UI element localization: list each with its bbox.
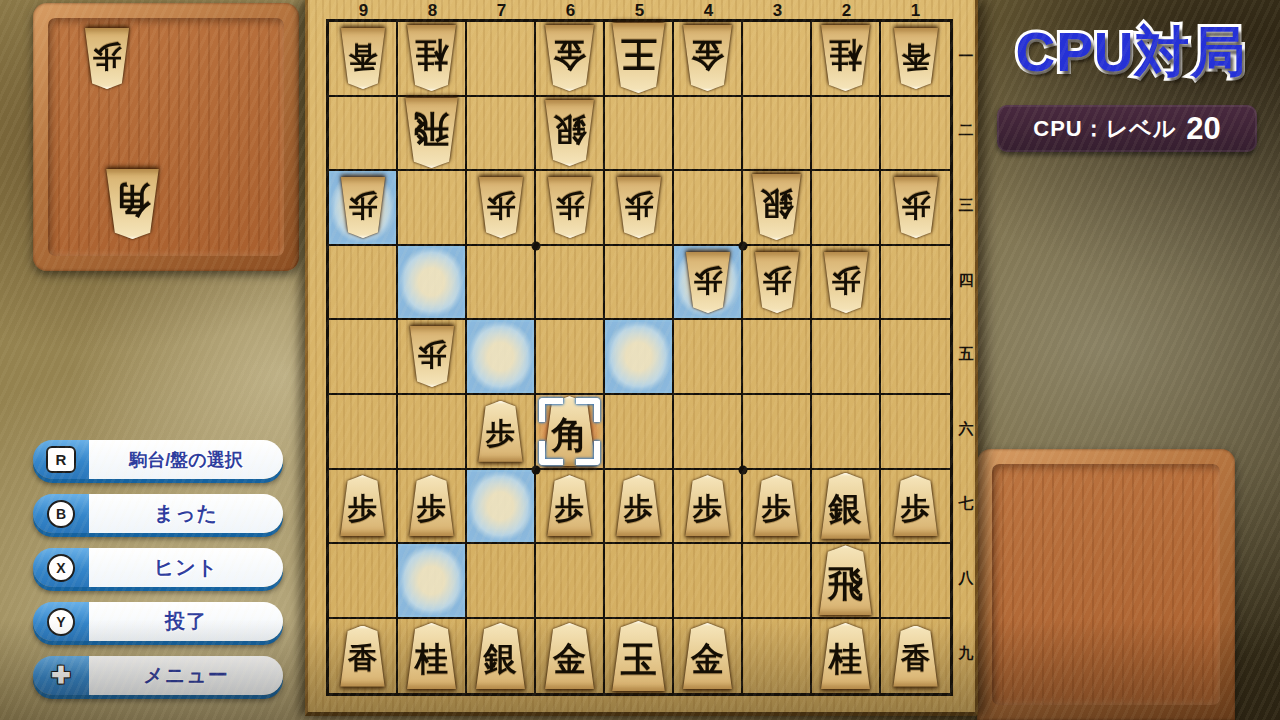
piece-gote-香-11[interactable]: 香 [892, 28, 940, 89]
square-32[interactable] [743, 97, 812, 172]
piece-kanji: 歩 [624, 489, 653, 522]
square-73[interactable]: 歩 [467, 171, 536, 246]
piece-gote-歩-34[interactable]: 歩 [753, 252, 801, 313]
square-23[interactable] [812, 171, 881, 246]
piece-kanji: 金 [553, 39, 586, 77]
square-43[interactable] [674, 171, 743, 246]
piece-shape: 王 [610, 23, 667, 93]
undo-button[interactable]: B まった [33, 494, 283, 533]
piece-kanji: 銀 [829, 487, 862, 525]
square-17[interactable]: 歩 [881, 470, 950, 545]
piece-gote-歩-63[interactable]: 歩 [546, 177, 594, 238]
square-55[interactable] [605, 320, 674, 395]
star-point [532, 242, 541, 251]
square-16[interactable] [881, 395, 950, 470]
board-grid: 香桂金王金桂香飛銀歩歩歩歩銀歩歩歩歩歩歩角歩歩歩歩歩歩銀歩飛香桂銀金玉金桂香 [326, 19, 953, 696]
rank-label-3: 三 [954, 168, 978, 243]
piece-kanji: 歩 [486, 415, 515, 448]
rank-label-8: 八 [954, 541, 978, 616]
piece-shape: 香 [892, 626, 940, 687]
square-77[interactable] [467, 470, 536, 545]
piece-sente-歩-97[interactable]: 歩 [339, 475, 387, 536]
hint-label: ヒント [154, 554, 218, 581]
square-42[interactable] [674, 97, 743, 172]
selection-cursor-corner [539, 441, 563, 465]
square-83[interactable] [398, 171, 467, 246]
square-29[interactable]: 桂 [812, 619, 881, 694]
piece-shape: 香 [892, 28, 940, 89]
piece-kanji: 香 [901, 42, 930, 75]
square-49[interactable]: 金 [674, 619, 743, 694]
sente-komadai[interactable] [977, 449, 1235, 720]
piece-shape: 歩 [83, 28, 131, 89]
x-button-icon: X [47, 554, 75, 582]
square-18[interactable] [881, 544, 950, 619]
square-46[interactable] [674, 395, 743, 470]
piece-kanji: 歩 [762, 489, 791, 522]
piece-kanji: 銀 [484, 637, 517, 675]
piece-shape: 玉 [610, 621, 667, 691]
square-27[interactable]: 銀 [812, 470, 881, 545]
piece-sente-香-99[interactable]: 香 [339, 626, 387, 687]
piece-sente-金-49[interactable]: 金 [681, 623, 734, 689]
square-31[interactable] [743, 22, 812, 97]
square-76[interactable]: 歩 [467, 395, 536, 470]
piece-shape: 歩 [339, 177, 387, 238]
star-point [739, 242, 748, 251]
piece-gote-金-61[interactable]: 金 [543, 25, 596, 91]
square-94[interactable] [329, 246, 398, 321]
piece-shape: 金 [681, 623, 734, 689]
piece-gote-歩-13[interactable]: 歩 [892, 177, 940, 238]
square-62[interactable]: 銀 [536, 97, 605, 172]
piece-sente-銀-79[interactable]: 銀 [474, 623, 527, 689]
star-point [532, 466, 541, 475]
b-button-cap: B [33, 494, 89, 533]
piece-kanji: 香 [348, 42, 377, 75]
piece-kanji: 香 [901, 639, 930, 672]
cpu-level-value: 20 [1186, 111, 1220, 147]
piece-kanji: 歩 [417, 340, 446, 373]
square-98[interactable] [329, 544, 398, 619]
undo-label: まった [154, 500, 218, 527]
rank-label-5: 五 [954, 317, 978, 392]
piece-gote-金-41[interactable]: 金 [681, 25, 734, 91]
square-86[interactable] [398, 395, 467, 470]
piece-gote-歩-73[interactable]: 歩 [477, 177, 525, 238]
cpu-level-badge: CPU：レベル 20 [997, 105, 1257, 152]
piece-gote-歩-24[interactable]: 歩 [822, 252, 870, 313]
piece-shape: 歩 [546, 475, 594, 536]
hint-button[interactable]: X ヒント [33, 548, 283, 587]
shogi-board: 987654321 一二三四五六七八九 香桂金王金桂香飛銀歩歩歩歩銀歩歩歩歩歩歩… [305, 0, 978, 716]
piece-kanji: 歩 [555, 489, 584, 522]
square-14[interactable] [881, 246, 950, 321]
piece-kanji: 歩 [693, 265, 722, 298]
y-button-icon: Y [47, 608, 75, 636]
square-33[interactable]: 銀 [743, 171, 812, 246]
select-tray-board-button[interactable]: R 駒台/盤の選択 [33, 440, 283, 479]
piece-shape: 銀 [750, 174, 803, 240]
square-45[interactable] [674, 320, 743, 395]
piece-gote-歩-44[interactable]: 歩 [684, 252, 732, 313]
square-95[interactable] [329, 320, 398, 395]
select-tray-board-label: 駒台/盤の選択 [129, 448, 242, 472]
cpu-level-label: CPU：レベル [1033, 114, 1176, 144]
piece-shape: 香 [339, 626, 387, 687]
square-54[interactable] [605, 246, 674, 321]
selection-cursor-corner [539, 398, 563, 422]
piece-shape: 歩 [546, 177, 594, 238]
piece-gote-歩-53[interactable]: 歩 [615, 177, 663, 238]
piece-gote-銀-62[interactable]: 銀 [543, 100, 596, 166]
r-button-icon: R [46, 446, 76, 473]
piece-gote-香-91[interactable]: 香 [339, 28, 387, 89]
selection-cursor-corner [576, 441, 600, 465]
square-12[interactable] [881, 97, 950, 172]
piece-kanji: 金 [553, 637, 586, 675]
piece-shape: 桂 [819, 25, 872, 91]
square-37[interactable]: 歩 [743, 470, 812, 545]
piece-shape: 歩 [408, 475, 456, 536]
piece-shape: 香 [339, 28, 387, 89]
rank-label-7: 七 [954, 467, 978, 542]
square-38[interactable] [743, 544, 812, 619]
square-22[interactable] [812, 97, 881, 172]
piece-shape: 歩 [822, 252, 870, 313]
piece-sente-歩-57[interactable]: 歩 [615, 475, 663, 536]
square-56[interactable] [605, 395, 674, 470]
piece-kanji: 歩 [555, 191, 584, 224]
piece-gote-王-51[interactable]: 王 [610, 23, 667, 93]
square-91[interactable]: 香 [329, 22, 398, 97]
piece-shape: 金 [681, 25, 734, 91]
piece-kanji: 桂 [829, 39, 862, 77]
piece-kanji: 王 [621, 38, 657, 79]
selection-cursor-corner [576, 398, 600, 422]
rank-label-2: 二 [954, 94, 978, 169]
piece-sente-香-19[interactable]: 香 [892, 626, 940, 687]
piece-kanji: 銀 [760, 189, 793, 227]
piece-kanji: 角 [115, 183, 151, 224]
square-75[interactable] [467, 320, 536, 395]
piece-kanji: 玉 [621, 635, 657, 676]
rank-label-4: 四 [954, 243, 978, 318]
square-59[interactable]: 玉 [605, 619, 674, 694]
square-58[interactable] [605, 544, 674, 619]
piece-shape: 銀 [474, 623, 527, 689]
square-52[interactable] [605, 97, 674, 172]
menu-button[interactable]: ✚ メニュー [33, 656, 283, 695]
piece-kanji: 歩 [901, 191, 930, 224]
square-53[interactable]: 歩 [605, 171, 674, 246]
rank-labels: 一二三四五六七八九 [954, 19, 978, 690]
piece-kanji: 飛 [828, 560, 864, 601]
square-28[interactable]: 飛 [812, 544, 881, 619]
piece-shape: 角 [104, 169, 161, 239]
square-39[interactable] [743, 619, 812, 694]
piece-shape: 歩 [892, 177, 940, 238]
piece-gote-歩-93[interactable]: 歩 [339, 177, 387, 238]
hand-piece-gote-歩[interactable]: 歩 [83, 28, 131, 89]
piece-kanji: 桂 [415, 637, 448, 675]
piece-kanji: 桂 [415, 39, 448, 77]
piece-kanji: 歩 [624, 191, 653, 224]
piece-sente-歩-47[interactable]: 歩 [684, 475, 732, 536]
square-65[interactable] [536, 320, 605, 395]
square-79[interactable]: 銀 [467, 619, 536, 694]
sente-komadai-surface [992, 464, 1220, 705]
square-85[interactable]: 歩 [398, 320, 467, 395]
piece-shape: 飛 [817, 545, 874, 615]
piece-kanji: 歩 [693, 489, 722, 522]
square-34[interactable]: 歩 [743, 246, 812, 321]
rank-label-9: 九 [954, 616, 978, 691]
piece-kanji: 歩 [93, 42, 122, 75]
piece-kanji: 飛 [414, 112, 450, 153]
square-64[interactable] [536, 246, 605, 321]
piece-shape: 桂 [405, 623, 458, 689]
square-82[interactable]: 飛 [398, 97, 467, 172]
piece-shape: 歩 [477, 177, 525, 238]
resign-label: 投了 [165, 608, 207, 635]
mode-title: CPU対局 [985, 16, 1277, 90]
square-13[interactable]: 歩 [881, 171, 950, 246]
piece-kanji: 歩 [831, 265, 860, 298]
square-57[interactable]: 歩 [605, 470, 674, 545]
b-button-icon: B [47, 500, 75, 528]
piece-shape: 歩 [684, 252, 732, 313]
square-93[interactable]: 歩 [329, 171, 398, 246]
square-26[interactable] [812, 395, 881, 470]
square-68[interactable] [536, 544, 605, 619]
square-78[interactable] [467, 544, 536, 619]
square-21[interactable]: 桂 [812, 22, 881, 97]
piece-shape: 桂 [819, 623, 872, 689]
piece-kanji: 桂 [829, 637, 862, 675]
piece-shape: 歩 [339, 475, 387, 536]
square-96[interactable] [329, 395, 398, 470]
square-71[interactable] [467, 22, 536, 97]
piece-gote-歩-85[interactable]: 歩 [408, 326, 456, 387]
piece-kanji: 歩 [348, 191, 377, 224]
square-88[interactable] [398, 544, 467, 619]
square-87[interactable]: 歩 [398, 470, 467, 545]
square-99[interactable]: 香 [329, 619, 398, 694]
piece-gote-桂-81[interactable]: 桂 [405, 25, 458, 91]
piece-shape: 銀 [819, 473, 872, 539]
piece-gote-桂-21[interactable]: 桂 [819, 25, 872, 91]
square-47[interactable]: 歩 [674, 470, 743, 545]
piece-sente-玉-59[interactable]: 玉 [610, 621, 667, 691]
square-84[interactable] [398, 246, 467, 321]
piece-shape: 金 [543, 623, 596, 689]
piece-gote-銀-33[interactable]: 銀 [750, 174, 803, 240]
square-36[interactable] [743, 395, 812, 470]
star-point [739, 466, 748, 475]
square-97[interactable]: 歩 [329, 470, 398, 545]
piece-sente-桂-89[interactable]: 桂 [405, 623, 458, 689]
piece-shape: 歩 [408, 326, 456, 387]
square-35[interactable] [743, 320, 812, 395]
piece-sente-銀-27[interactable]: 銀 [819, 473, 872, 539]
square-24[interactable]: 歩 [812, 246, 881, 321]
piece-gote-飛-82[interactable]: 飛 [403, 98, 460, 168]
piece-shape: 歩 [753, 252, 801, 313]
piece-shape: 歩 [615, 475, 663, 536]
square-41[interactable]: 金 [674, 22, 743, 97]
piece-kanji: 銀 [553, 114, 586, 152]
piece-shape: 銀 [543, 100, 596, 166]
menu-label: メニュー [143, 662, 228, 689]
plus-button-cap: ✚ [33, 656, 89, 695]
square-66[interactable]: 角 [536, 395, 605, 470]
rank-label-1: 一 [954, 19, 978, 94]
piece-shape: 歩 [753, 475, 801, 536]
piece-sente-飛-28[interactable]: 飛 [817, 545, 874, 615]
rank-label-6: 六 [954, 392, 978, 467]
piece-shape: 桂 [405, 25, 458, 91]
piece-kanji: 歩 [348, 489, 377, 522]
gote-komadai[interactable]: 歩角 [33, 3, 299, 271]
piece-kanji: 香 [348, 639, 377, 672]
square-74[interactable] [467, 246, 536, 321]
piece-shape: 歩 [684, 475, 732, 536]
piece-kanji: 歩 [486, 191, 515, 224]
piece-sente-歩-67[interactable]: 歩 [546, 475, 594, 536]
piece-sente-歩-87[interactable]: 歩 [408, 475, 456, 536]
square-72[interactable] [467, 97, 536, 172]
piece-sente-歩-17[interactable]: 歩 [892, 475, 940, 536]
piece-shape: 歩 [615, 177, 663, 238]
file-labels: 987654321 [329, 0, 950, 21]
piece-shape: 飛 [403, 98, 460, 168]
square-19[interactable]: 香 [881, 619, 950, 694]
game-screen: 歩角 987654321 一二三四五六七八九 香桂金王金桂香飛銀歩歩歩歩銀歩歩歩… [0, 0, 1280, 720]
square-44[interactable]: 歩 [674, 246, 743, 321]
piece-sente-歩-76[interactable]: 歩 [477, 401, 525, 462]
piece-sente-桂-29[interactable]: 桂 [819, 623, 872, 689]
square-81[interactable]: 桂 [398, 22, 467, 97]
piece-kanji: 金 [691, 39, 724, 77]
square-51[interactable]: 王 [605, 22, 674, 97]
r-button-cap: R [33, 440, 89, 479]
square-69[interactable]: 金 [536, 619, 605, 694]
piece-sente-金-69[interactable]: 金 [543, 623, 596, 689]
piece-shape: 歩 [892, 475, 940, 536]
x-button-cap: X [33, 548, 89, 587]
square-25[interactable] [812, 320, 881, 395]
piece-shape: 金 [543, 25, 596, 91]
piece-kanji: 歩 [417, 489, 446, 522]
square-67[interactable]: 歩 [536, 470, 605, 545]
plus-button-icon: ✚ [51, 664, 70, 687]
y-button-cap: Y [33, 602, 89, 641]
piece-kanji: 歩 [762, 265, 791, 298]
resign-button[interactable]: Y 投了 [33, 602, 283, 641]
square-89[interactable]: 桂 [398, 619, 467, 694]
piece-kanji: 歩 [901, 489, 930, 522]
piece-sente-歩-37[interactable]: 歩 [753, 475, 801, 536]
piece-kanji: 金 [691, 637, 724, 675]
hand-piece-gote-角[interactable]: 角 [104, 169, 161, 239]
piece-shape: 歩 [477, 401, 525, 462]
square-63[interactable]: 歩 [536, 171, 605, 246]
square-92[interactable] [329, 97, 398, 172]
square-48[interactable] [674, 544, 743, 619]
square-11[interactable]: 香 [881, 22, 950, 97]
square-15[interactable] [881, 320, 950, 395]
square-61[interactable]: 金 [536, 22, 605, 97]
